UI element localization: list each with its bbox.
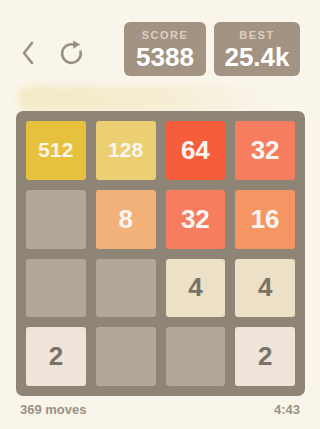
cell-empty: [26, 190, 86, 249]
back-chevron-icon: [19, 40, 37, 69]
best-label: BEST: [239, 29, 274, 42]
tile-128: 128: [96, 121, 156, 180]
board[interactable]: 5121286432832164422: [16, 111, 305, 396]
best-box: BEST 25.4k: [214, 22, 300, 76]
cell-empty: [166, 327, 226, 386]
restart-button[interactable]: [56, 38, 88, 70]
tile-16: 16: [235, 190, 295, 249]
tile-32: 32: [235, 121, 295, 180]
tile-64: 64: [166, 121, 226, 180]
moves-counter: 369 moves: [20, 401, 87, 419]
tile-32: 32: [166, 190, 226, 249]
glow-highlight: [18, 86, 270, 111]
cell-empty: [96, 327, 156, 386]
tile-4: 4: [235, 259, 295, 318]
back-button[interactable]: [17, 40, 39, 68]
cell-empty: [96, 259, 156, 318]
tile-2: 2: [26, 327, 86, 386]
tile-2: 2: [235, 327, 295, 386]
2048-app: SCORE 5388 BEST 25.4k 512128643283216442…: [0, 0, 320, 429]
restart-icon: [57, 38, 87, 71]
score-box: SCORE 5388: [124, 22, 206, 76]
elapsed-time: 4:43: [274, 401, 300, 419]
tile-8: 8: [96, 190, 156, 249]
tile-512: 512: [26, 121, 86, 180]
tile-4: 4: [166, 259, 226, 318]
best-value: 25.4k: [224, 43, 289, 71]
cell-empty: [26, 259, 86, 318]
score-value: 5388: [136, 43, 194, 71]
score-label: SCORE: [142, 29, 189, 42]
